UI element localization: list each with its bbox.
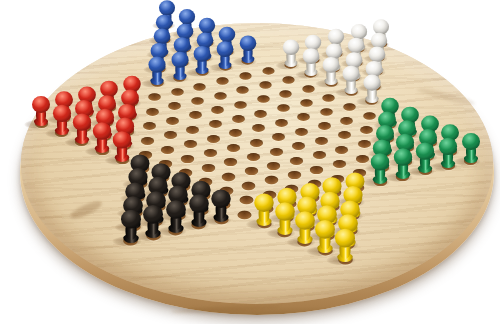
peg-green[interactable] bbox=[392, 148, 412, 179]
peg-ball bbox=[194, 46, 211, 62]
peg-ball bbox=[416, 143, 434, 160]
peg-ball bbox=[166, 200, 186, 219]
peg-yellow[interactable] bbox=[274, 202, 296, 235]
peg-ball bbox=[371, 153, 390, 170]
peg-yellow[interactable] bbox=[253, 193, 275, 225]
peg-ball bbox=[113, 132, 132, 149]
peg-blue[interactable] bbox=[239, 36, 257, 64]
peg-red[interactable] bbox=[92, 123, 112, 154]
peg-ball bbox=[282, 40, 299, 56]
peg-black[interactable] bbox=[211, 189, 233, 221]
peg-ball bbox=[323, 57, 340, 73]
peg-yellow[interactable] bbox=[334, 228, 356, 261]
peg-blue[interactable] bbox=[170, 51, 189, 79]
peg-ball bbox=[393, 148, 411, 165]
peg-red[interactable] bbox=[31, 96, 51, 126]
peg-ball bbox=[275, 202, 295, 220]
pegs-layer bbox=[0, 0, 500, 324]
peg-green[interactable] bbox=[370, 153, 391, 184]
peg-ball bbox=[328, 29, 344, 44]
peg-black[interactable] bbox=[165, 200, 187, 233]
peg-white[interactable] bbox=[302, 48, 321, 76]
peg-red[interactable] bbox=[51, 105, 71, 135]
peg-ball bbox=[217, 41, 234, 57]
peg-white[interactable] bbox=[281, 40, 299, 68]
peg-ball bbox=[179, 10, 195, 25]
peg-white[interactable] bbox=[362, 75, 381, 103]
peg-ball bbox=[439, 138, 457, 155]
peg-ball bbox=[212, 189, 231, 207]
peg-ball bbox=[255, 193, 274, 211]
peg-ball bbox=[93, 123, 111, 140]
peg-green[interactable] bbox=[415, 143, 435, 173]
peg-black[interactable] bbox=[188, 195, 210, 228]
peg-white[interactable] bbox=[342, 66, 361, 94]
peg-ball bbox=[335, 228, 355, 247]
peg-ball bbox=[73, 114, 91, 131]
peg-ball bbox=[171, 51, 188, 67]
chinese-checkers-board-photo bbox=[0, 0, 500, 324]
peg-ball bbox=[159, 1, 175, 16]
peg-black[interactable] bbox=[142, 205, 164, 238]
peg-ball bbox=[239, 36, 256, 52]
peg-blue[interactable] bbox=[216, 41, 235, 69]
peg-yellow[interactable] bbox=[294, 211, 316, 244]
peg-blue[interactable] bbox=[193, 46, 212, 74]
peg-blue[interactable] bbox=[148, 57, 167, 85]
peg-ball bbox=[189, 195, 209, 213]
peg-ball bbox=[343, 66, 360, 82]
peg-ball bbox=[295, 211, 315, 230]
peg-ball bbox=[462, 133, 480, 150]
peg-green[interactable] bbox=[438, 138, 458, 168]
peg-ball bbox=[303, 48, 320, 64]
peg-white[interactable] bbox=[322, 57, 341, 85]
peg-ball bbox=[373, 19, 389, 34]
peg-ball bbox=[315, 219, 335, 238]
peg-ball bbox=[32, 96, 50, 113]
peg-red[interactable] bbox=[72, 114, 92, 144]
peg-ball bbox=[154, 29, 171, 45]
peg-ball bbox=[121, 210, 141, 229]
peg-green[interactable] bbox=[461, 133, 481, 163]
peg-ball bbox=[348, 38, 364, 54]
peg-black[interactable] bbox=[120, 210, 142, 243]
peg-yellow[interactable] bbox=[314, 219, 336, 252]
peg-ball bbox=[143, 205, 163, 224]
peg-ball bbox=[52, 105, 70, 122]
peg-ball bbox=[363, 75, 380, 91]
peg-ball bbox=[149, 57, 166, 73]
peg-ball bbox=[199, 18, 215, 33]
